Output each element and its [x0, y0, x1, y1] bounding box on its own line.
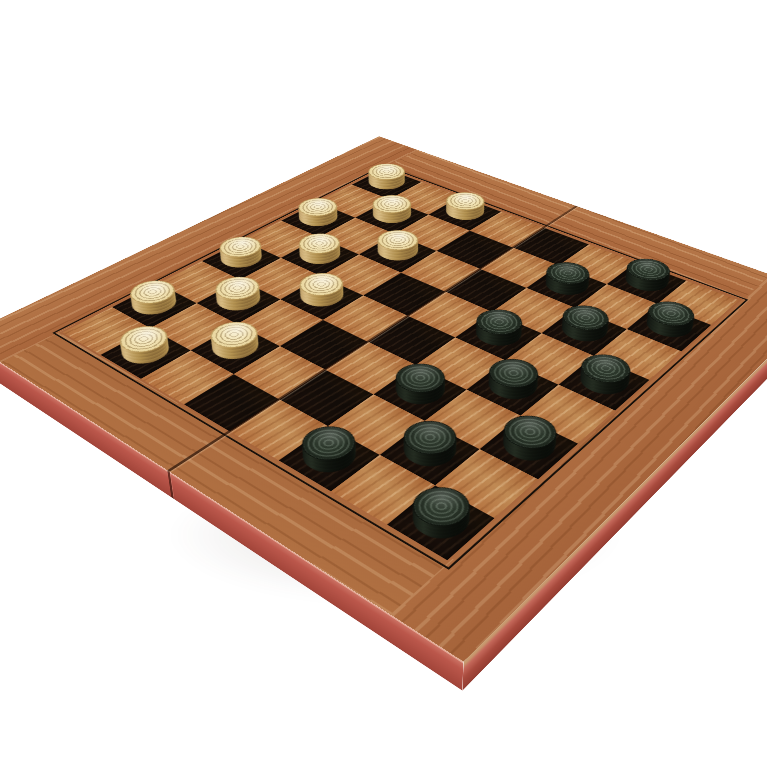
fold-seam-side-gap	[167, 470, 173, 499]
piece-light-a6[interactable]	[291, 207, 345, 233]
piece-dark-g2[interactable]	[393, 429, 466, 476]
piece-light-a4[interactable]	[212, 245, 270, 274]
piece-dark-f1[interactable]	[292, 434, 366, 482]
piece-light-c8[interactable]	[438, 201, 491, 226]
piece-dark-g4[interactable]	[479, 367, 546, 408]
product-photo-stage	[0, 0, 767, 767]
piece-light-b3[interactable]	[208, 285, 269, 317]
piece-dark-h5[interactable]	[571, 363, 638, 403]
piece-light-c4[interactable]	[292, 282, 353, 314]
piece-light-b7[interactable]	[365, 204, 419, 229]
piece-light-c6[interactable]	[369, 239, 426, 267]
piece-light-c2[interactable]	[203, 330, 268, 367]
piece-light-a8[interactable]	[361, 172, 412, 195]
piece-dark-f3[interactable]	[386, 372, 454, 413]
